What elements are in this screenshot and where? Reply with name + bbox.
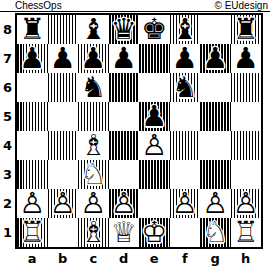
piece-white-bishop: ♗ <box>78 131 109 160</box>
square-a1[interactable]: ♜♖ <box>17 218 48 247</box>
square-a5[interactable] <box>17 102 48 131</box>
piece-white-pawn: ♙ <box>200 189 231 218</box>
piece-white-rook: ♖ <box>17 218 48 247</box>
chess-board: ♜♝♛♚♝♜♟♟♟♟♟♟♟♞♞♟♝♗♟♙♞♘♟♙♟♙♟♙♟♙♟♙♟♙♟♙♜♖♝♗… <box>15 13 263 249</box>
square-d7[interactable]: ♟ <box>109 44 140 73</box>
square-b1[interactable] <box>48 218 79 247</box>
square-b2[interactable]: ♟♙ <box>48 189 79 218</box>
square-h2[interactable]: ♟♙ <box>231 189 262 218</box>
rank-label-6: 6 <box>0 73 15 102</box>
square-d8[interactable]: ♛ <box>109 15 140 44</box>
square-a7[interactable]: ♟ <box>17 44 48 73</box>
square-d4[interactable] <box>109 131 140 160</box>
piece-black-knight: ♞ <box>78 73 109 102</box>
piece-black-pawn: ♟ <box>78 44 109 73</box>
piece-white-king-halo: ♚ <box>139 218 170 247</box>
piece-white-queen-halo: ♛ <box>109 218 140 247</box>
piece-white-pawn-halo: ♟ <box>200 189 231 218</box>
piece-black-bishop: ♝ <box>170 15 201 44</box>
square-h6[interactable] <box>231 73 262 102</box>
piece-black-pawn: ♟ <box>170 44 201 73</box>
square-g1[interactable]: ♞♘ <box>200 218 231 247</box>
piece-white-pawn: ♙ <box>231 189 262 218</box>
rank-label-2: 2 <box>0 189 15 218</box>
piece-black-knight: ♞ <box>170 73 201 102</box>
file-label-f: f <box>170 249 201 267</box>
piece-white-pawn: ♙ <box>48 189 79 218</box>
piece-black-queen: ♛ <box>109 15 140 44</box>
square-a6[interactable] <box>17 73 48 102</box>
piece-white-pawn: ♙ <box>170 189 201 218</box>
square-b7[interactable]: ♟ <box>48 44 79 73</box>
square-f8[interactable]: ♝ <box>170 15 201 44</box>
piece-white-pawn-halo: ♟ <box>170 189 201 218</box>
piece-white-king: ♔ <box>139 218 170 247</box>
piece-black-rook: ♜ <box>231 15 262 44</box>
piece-black-pawn: ♟ <box>231 44 262 73</box>
square-g4[interactable] <box>200 131 231 160</box>
piece-white-knight: ♘ <box>78 160 109 189</box>
square-b4[interactable] <box>48 131 79 160</box>
file-labels: abcdefgh <box>17 249 261 267</box>
square-d6[interactable] <box>109 73 140 102</box>
piece-white-pawn: ♙ <box>78 189 109 218</box>
square-e3[interactable] <box>139 160 170 189</box>
rank-labels: 87654321 <box>0 15 15 247</box>
file-label-h: h <box>231 249 262 267</box>
square-b5[interactable] <box>48 102 79 131</box>
file-label-a: a <box>17 249 48 267</box>
rank-label-7: 7 <box>0 44 15 73</box>
square-g3[interactable] <box>200 160 231 189</box>
square-h3[interactable] <box>231 160 262 189</box>
piece-white-bishop-halo: ♝ <box>78 218 109 247</box>
square-c6[interactable]: ♞ <box>78 73 109 102</box>
piece-white-knight: ♘ <box>200 218 231 247</box>
square-a4[interactable] <box>17 131 48 160</box>
file-label-d: d <box>109 249 140 267</box>
square-e8[interactable]: ♚ <box>139 15 170 44</box>
square-e7[interactable] <box>139 44 170 73</box>
square-h7[interactable]: ♟ <box>231 44 262 73</box>
rank-label-4: 4 <box>0 131 15 160</box>
piece-white-pawn-halo: ♟ <box>48 189 79 218</box>
square-f3[interactable] <box>170 160 201 189</box>
piece-black-pawn: ♟ <box>200 44 231 73</box>
square-c2[interactable]: ♟♙ <box>78 189 109 218</box>
square-g6[interactable] <box>200 73 231 102</box>
piece-black-pawn: ♟ <box>139 102 170 131</box>
piece-black-bishop: ♝ <box>78 15 109 44</box>
square-h8[interactable]: ♜ <box>231 15 262 44</box>
square-h4[interactable] <box>231 131 262 160</box>
square-c3[interactable]: ♞♘ <box>78 160 109 189</box>
piece-white-pawn: ♙ <box>17 189 48 218</box>
rank-label-3: 3 <box>0 160 15 189</box>
chessops-window: ChessOps © EUdesign 87654321 ♜♝♛♚♝♜♟♟♟♟♟… <box>0 0 270 270</box>
file-label-b: b <box>48 249 79 267</box>
file-label-c: c <box>78 249 109 267</box>
piece-black-king: ♚ <box>139 15 170 44</box>
piece-white-pawn-halo: ♟ <box>231 189 262 218</box>
square-c5[interactable] <box>78 102 109 131</box>
piece-white-knight-halo: ♞ <box>200 218 231 247</box>
square-d2[interactable]: ♟♙ <box>109 189 140 218</box>
piece-white-pawn-halo: ♟ <box>109 189 140 218</box>
piece-black-pawn: ♟ <box>109 44 140 73</box>
square-g8[interactable] <box>200 15 231 44</box>
piece-white-pawn-halo: ♟ <box>139 131 170 160</box>
rank-label-5: 5 <box>0 102 15 131</box>
square-a2[interactable]: ♟♙ <box>17 189 48 218</box>
square-a8[interactable]: ♜ <box>17 15 48 44</box>
square-g2[interactable]: ♟♙ <box>200 189 231 218</box>
square-b6[interactable] <box>48 73 79 102</box>
square-c8[interactable]: ♝ <box>78 15 109 44</box>
square-g7[interactable]: ♟ <box>200 44 231 73</box>
piece-white-bishop: ♗ <box>78 218 109 247</box>
square-h1[interactable]: ♜♖ <box>231 218 262 247</box>
board-area: 87654321 ♜♝♛♚♝♜♟♟♟♟♟♟♟♞♞♟♝♗♟♙♞♘♟♙♟♙♟♙♟♙♟… <box>0 13 270 249</box>
piece-black-rook: ♜ <box>17 15 48 44</box>
piece-white-pawn: ♙ <box>109 189 140 218</box>
file-label-g: g <box>200 249 231 267</box>
square-f1[interactable] <box>170 218 201 247</box>
square-f2[interactable]: ♟♙ <box>170 189 201 218</box>
piece-white-bishop-halo: ♝ <box>78 131 109 160</box>
square-c4[interactable]: ♝♗ <box>78 131 109 160</box>
square-e6[interactable] <box>139 73 170 102</box>
piece-white-rook-halo: ♜ <box>231 218 262 247</box>
square-b8[interactable] <box>48 15 79 44</box>
square-g5[interactable] <box>200 102 231 131</box>
square-d1[interactable]: ♛♕ <box>109 218 140 247</box>
piece-white-rook-halo: ♜ <box>17 218 48 247</box>
piece-black-pawn: ♟ <box>17 44 48 73</box>
square-a3[interactable] <box>17 160 48 189</box>
piece-white-pawn: ♙ <box>139 131 170 160</box>
rank-label-8: 8 <box>0 15 15 44</box>
square-f6[interactable]: ♞ <box>170 73 201 102</box>
square-e1[interactable]: ♚♔ <box>139 218 170 247</box>
square-f4[interactable] <box>170 131 201 160</box>
piece-white-queen: ♕ <box>109 218 140 247</box>
square-e4[interactable]: ♟♙ <box>139 131 170 160</box>
piece-white-rook: ♖ <box>231 218 262 247</box>
square-h5[interactable] <box>231 102 262 131</box>
piece-white-knight-halo: ♞ <box>78 160 109 189</box>
piece-white-pawn-halo: ♟ <box>78 189 109 218</box>
square-d3[interactable] <box>109 160 140 189</box>
app-title: ChessOps <box>15 1 62 11</box>
square-c7[interactable]: ♟ <box>78 44 109 73</box>
square-c1[interactable]: ♝♗ <box>78 218 109 247</box>
credit-label: © EUdesign <box>214 1 268 11</box>
square-e5[interactable]: ♟ <box>139 102 170 131</box>
square-d5[interactable] <box>109 102 140 131</box>
square-e2[interactable] <box>139 189 170 218</box>
rank-label-1: 1 <box>0 218 15 247</box>
header: ChessOps © EUdesign <box>0 0 270 12</box>
square-f5[interactable] <box>170 102 201 131</box>
file-label-e: e <box>139 249 170 267</box>
square-b3[interactable] <box>48 160 79 189</box>
piece-white-pawn-halo: ♟ <box>17 189 48 218</box>
piece-black-pawn: ♟ <box>48 44 79 73</box>
square-f7[interactable]: ♟ <box>170 44 201 73</box>
